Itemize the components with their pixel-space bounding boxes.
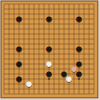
black-stone: ● [75, 15, 82, 22]
black-stone: ● [15, 60, 22, 67]
white-stone: ● [45, 60, 52, 67]
black-stone: ● [45, 15, 52, 22]
white-stone-highlighted: ● [70, 65, 77, 72]
black-stone: ● [15, 75, 22, 82]
black-stone: ● [15, 15, 22, 22]
black-stone: ● [45, 45, 52, 52]
stones-layer: ●●●●●●●●●●●●●●●● [0, 0, 100, 100]
black-stone: ● [45, 70, 52, 77]
white-stone: ● [65, 75, 72, 82]
white-stone: ● [25, 80, 32, 87]
black-stone: ● [75, 45, 82, 52]
black-stone: ● [15, 45, 22, 52]
go-board-screenshot: ●●●●●●●●●●●●●●●● [0, 0, 100, 100]
